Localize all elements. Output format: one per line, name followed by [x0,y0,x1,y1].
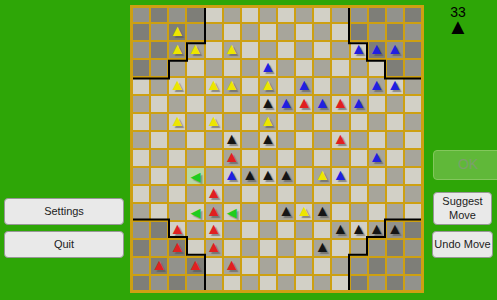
yellow-pawn: ▲ [206,113,222,129]
cell-8-3[interactable] [187,150,203,166]
cell-2-1[interactable] [151,42,167,58]
black-pawn: ▲ [314,203,330,219]
cell-2-6[interactable] [242,42,258,58]
cell-11-15[interactable] [405,204,421,220]
cell-4-13[interactable]: ▲ [369,78,385,94]
cell-9-0[interactable] [133,168,149,184]
cell-13-8[interactable] [278,240,294,256]
cell-9-6[interactable]: ▲ [242,168,258,184]
cell-12-1[interactable] [151,222,167,238]
cell-2-8[interactable] [278,42,294,58]
cell-8-12[interactable] [351,150,367,166]
cell-10-14[interactable] [387,186,403,202]
red-pawn: ▲ [296,95,312,111]
cell-9-12[interactable] [351,168,367,184]
cell-2-3[interactable]: ▲ [187,42,203,58]
move-arrow-icon: ◀ [227,206,237,219]
cell-12-13[interactable]: ▲ [369,222,385,238]
red-pawn: ▲ [151,257,167,273]
black-pawn: ▲ [224,131,240,147]
cell-5-3[interactable] [187,96,203,112]
cell-3-13[interactable] [369,60,385,76]
red-pawn: ▲ [333,131,349,147]
red-pawn: ▲ [206,221,222,237]
cell-5-15[interactable] [405,96,421,112]
blue-pawn: ▲ [296,77,312,93]
cell-2-14[interactable]: ▲ [387,42,403,58]
cell-7-5[interactable]: ▲ [224,132,240,148]
cell-1-10[interactable] [314,24,330,40]
cell-11-7[interactable] [260,204,276,220]
blue-pawn: ▲ [260,59,276,75]
cell-11-9[interactable]: ▲ [296,204,312,220]
cell-15-6[interactable] [242,276,258,290]
cell-7-4[interactable] [206,132,222,148]
cell-7-14[interactable] [387,132,403,148]
yellow-pawn: ▲ [206,77,222,93]
cell-2-10[interactable] [314,42,330,58]
cell-11-11[interactable] [332,204,348,220]
cell-4-15[interactable] [405,78,421,94]
cell-12-7[interactable] [260,222,276,238]
cell-15-9[interactable] [296,276,312,290]
cell-3-6[interactable] [242,60,258,76]
cell-11-13[interactable] [369,204,385,220]
cell-1-2[interactable]: ▲ [169,24,185,40]
cell-15-14[interactable] [387,276,403,290]
black-pawn: ▲ [278,203,294,219]
cell-15-4[interactable] [206,276,222,290]
cell-3-3[interactable] [187,60,203,76]
cell-11-8[interactable]: ▲ [278,204,294,220]
cell-12-15[interactable] [405,222,421,238]
cell-11-0[interactable] [133,204,149,220]
black-pawn: ▲ [333,221,349,237]
cell-3-15[interactable] [405,60,421,76]
cell-10-7[interactable] [260,186,276,202]
cell-9-10[interactable]: ▲ [314,168,330,184]
cell-2-5[interactable]: ▲ [224,42,240,58]
cell-15-11[interactable] [332,276,348,290]
cell-13-2[interactable]: ▲ [169,240,185,256]
cell-5-5[interactable] [224,96,240,112]
cell-10-11[interactable] [332,186,348,202]
cell-1-7[interactable] [260,24,276,40]
cell-0-9[interactable] [296,8,312,22]
cell-5-8[interactable]: ▲ [278,96,294,112]
cell-6-8[interactable] [278,114,294,130]
cell-3-1[interactable] [151,60,167,76]
cell-6-5[interactable] [224,114,240,130]
cell-2-2[interactable]: ▲ [169,42,185,58]
cell-3-2[interactable] [169,60,185,76]
cell-14-11[interactable] [332,258,348,274]
cell-8-2[interactable] [169,150,185,166]
cell-11-14[interactable] [387,204,403,220]
blue-pawn: ▲ [387,77,403,93]
cell-11-10[interactable]: ▲ [314,204,330,220]
red-pawn: ▲ [224,149,240,165]
cell-13-0[interactable] [133,240,149,256]
cell-0-8[interactable] [278,8,294,22]
cell-3-11[interactable] [332,60,348,76]
cell-5-13[interactable] [369,96,385,112]
yellow-pawn: ▲ [169,77,185,93]
cell-14-4[interactable] [206,258,222,274]
blue-pawn: ▲ [351,95,367,111]
cell-13-14[interactable] [387,240,403,256]
cell-15-1[interactable] [151,276,167,290]
cell-12-14[interactable]: ▲ [387,222,403,238]
quit-button[interactable]: Quit [4,231,124,258]
cell-6-6[interactable] [242,114,258,130]
cell-8-7[interactable] [260,150,276,166]
cell-3-8[interactable] [278,60,294,76]
cell-10-15[interactable] [405,186,421,202]
cell-4-0[interactable] [133,78,149,94]
cell-9-4[interactable] [206,168,222,184]
black-pawn: ▲ [351,221,367,237]
cell-10-3[interactable] [187,186,203,202]
cell-10-0[interactable] [133,186,149,202]
cell-4-8[interactable] [278,78,294,94]
cell-9-9[interactable] [296,168,312,184]
cell-10-6[interactable] [242,186,258,202]
yellow-pawn: ▲ [169,23,185,39]
cell-15-12[interactable] [351,276,367,290]
cell-0-4[interactable] [206,8,222,22]
cell-1-13[interactable] [369,24,385,40]
cell-8-8[interactable] [278,150,294,166]
cell-2-12[interactable]: ▲ [351,42,367,58]
cell-7-6[interactable] [242,132,258,148]
cell-9-3[interactable]: ◀ [187,168,203,184]
cell-11-4[interactable]: ▲ [206,204,222,220]
cell-12-3[interactable] [187,222,203,238]
cell-15-0[interactable] [133,276,149,290]
cell-8-11[interactable] [332,150,348,166]
cell-3-4[interactable] [206,60,222,76]
cell-9-1[interactable] [151,168,167,184]
red-pawn: ▲ [169,221,185,237]
cell-4-1[interactable] [151,78,167,94]
cell-0-0[interactable] [133,8,149,22]
black-pawn: ▲ [278,167,294,183]
cell-13-13[interactable] [369,240,385,256]
cell-12-6[interactable] [242,222,258,238]
suggest-move-button[interactable]: Suggest Move [433,192,492,225]
cell-5-12[interactable]: ▲ [351,96,367,112]
cell-7-3[interactable] [187,132,203,148]
cell-4-9[interactable]: ▲ [296,78,312,94]
cell-2-4[interactable] [206,42,222,58]
cell-12-10[interactable] [314,222,330,238]
cell-6-13[interactable] [369,114,385,130]
cell-15-2[interactable] [169,276,185,290]
cell-3-5[interactable] [224,60,240,76]
ok-button[interactable]: OK [433,150,497,180]
blue-pawn: ▲ [333,167,349,183]
cell-15-8[interactable] [278,276,294,290]
cell-14-10[interactable] [314,258,330,274]
yellow-pawn: ▲ [224,41,240,57]
cell-2-13[interactable]: ▲ [369,42,385,58]
cell-5-1[interactable] [151,96,167,112]
red-pawn: ▲ [224,257,240,273]
cell-3-10[interactable] [314,60,330,76]
cell-1-9[interactable] [296,24,312,40]
cell-4-3[interactable] [187,78,203,94]
cell-3-7[interactable]: ▲ [260,60,276,76]
board-grid: ▲▲▲▲▲▲▲▲▲▲▲▲▲▲▲▲▲▲▲▲▲▲▲▲▲▲▲▲▲◀▲▲▲▲▲▲▲◀▲◀… [130,5,424,293]
cell-9-11[interactable]: ▲ [332,168,348,184]
cell-11-12[interactable] [351,204,367,220]
cell-6-10[interactable] [314,114,330,130]
cell-1-1[interactable] [151,24,167,40]
cell-12-9[interactable] [296,222,312,238]
cell-12-4[interactable]: ▲ [206,222,222,238]
cell-8-15[interactable] [405,150,421,166]
cell-7-11[interactable]: ▲ [332,132,348,148]
cell-10-5[interactable] [224,186,240,202]
cell-11-5[interactable]: ◀ [224,204,240,220]
cell-10-2[interactable] [169,186,185,202]
cell-4-10[interactable] [314,78,330,94]
cell-15-15[interactable] [405,276,421,290]
cell-10-9[interactable] [296,186,312,202]
cell-4-12[interactable] [351,78,367,94]
cell-7-7[interactable]: ▲ [260,132,276,148]
cell-6-14[interactable] [387,114,403,130]
cell-9-13[interactable] [369,168,385,184]
cell-10-12[interactable] [351,186,367,202]
cell-11-2[interactable] [169,204,185,220]
cell-3-9[interactable] [296,60,312,76]
cell-15-10[interactable] [314,276,330,290]
cell-3-0[interactable] [133,60,149,76]
cell-8-1[interactable] [151,150,167,166]
cell-6-4[interactable]: ▲ [206,114,222,130]
cell-9-5[interactable]: ▲ [224,168,240,184]
blue-pawn: ▲ [369,77,385,93]
cell-1-0[interactable] [133,24,149,40]
cell-14-8[interactable] [278,258,294,274]
cell-14-15[interactable] [405,258,421,274]
cell-1-15[interactable] [405,24,421,40]
cell-12-11[interactable]: ▲ [332,222,348,238]
cell-5-4[interactable] [206,96,222,112]
yellow-pawn: ▲ [169,113,185,129]
cell-1-3[interactable] [187,24,203,40]
cell-12-5[interactable] [224,222,240,238]
cell-7-2[interactable] [169,132,185,148]
cell-15-3[interactable] [187,276,203,290]
cell-0-15[interactable] [405,8,421,22]
cell-2-11[interactable] [332,42,348,58]
cell-0-2[interactable] [169,8,185,22]
cell-2-7[interactable] [260,42,276,58]
cell-14-13[interactable] [369,258,385,274]
cell-10-10[interactable] [314,186,330,202]
black-pawn: ▲ [260,167,276,183]
cell-4-6[interactable] [242,78,258,94]
cell-9-14[interactable] [387,168,403,184]
cell-10-8[interactable] [278,186,294,202]
cell-15-13[interactable] [369,276,385,290]
cell-2-0[interactable] [133,42,149,58]
cell-13-5[interactable] [224,240,240,256]
cell-15-5[interactable] [224,276,240,290]
cell-8-4[interactable] [206,150,222,166]
cell-4-5[interactable]: ▲ [224,78,240,94]
yellow-pawn: ▲ [314,167,330,183]
cell-14-0[interactable] [133,258,149,274]
move-arrow-icon: ◀ [190,206,200,219]
cell-7-10[interactable] [314,132,330,148]
cell-10-1[interactable] [151,186,167,202]
settings-button[interactable]: Settings [4,198,124,225]
cell-10-13[interactable] [369,186,385,202]
cell-1-4[interactable] [206,24,222,40]
move-arrow-icon: ◀ [190,170,200,183]
cell-0-7[interactable] [260,8,276,22]
cell-3-12[interactable] [351,60,367,76]
cell-7-8[interactable] [278,132,294,148]
cell-13-4[interactable]: ▲ [206,240,222,256]
cell-4-7[interactable]: ▲ [260,78,276,94]
current-player-icon: ▲ [438,16,478,38]
cell-8-5[interactable]: ▲ [224,150,240,166]
cell-2-9[interactable] [296,42,312,58]
cell-13-12[interactable] [351,240,367,256]
cell-12-2[interactable]: ▲ [169,222,185,238]
cell-4-11[interactable] [332,78,348,94]
cell-0-14[interactable] [387,8,403,22]
cell-7-1[interactable] [151,132,167,148]
cell-8-13[interactable]: ▲ [369,150,385,166]
cell-5-10[interactable]: ▲ [314,96,330,112]
cell-6-0[interactable] [133,114,149,130]
cell-4-14[interactable]: ▲ [387,78,403,94]
cell-5-7[interactable]: ▲ [260,96,276,112]
cell-4-4[interactable]: ▲ [206,78,222,94]
red-pawn: ▲ [188,257,204,273]
cell-15-7[interactable] [260,276,276,290]
cell-8-14[interactable] [387,150,403,166]
cell-9-7[interactable]: ▲ [260,168,276,184]
cell-13-15[interactable] [405,240,421,256]
cell-8-10[interactable] [314,150,330,166]
cell-14-3[interactable]: ▲ [187,258,203,274]
cell-1-8[interactable] [278,24,294,40]
cell-1-12[interactable] [351,24,367,40]
cell-0-3[interactable] [187,8,203,22]
cell-7-9[interactable] [296,132,312,148]
cell-8-9[interactable] [296,150,312,166]
cell-5-2[interactable] [169,96,185,112]
cell-4-2[interactable]: ▲ [169,78,185,94]
cell-6-15[interactable] [405,114,421,130]
cell-13-9[interactable] [296,240,312,256]
cell-6-1[interactable] [151,114,167,130]
cell-5-0[interactable] [133,96,149,112]
cell-13-11[interactable] [332,240,348,256]
cell-6-3[interactable] [187,114,203,130]
cell-14-5[interactable]: ▲ [224,258,240,274]
cell-9-8[interactable]: ▲ [278,168,294,184]
cell-14-6[interactable] [242,258,258,274]
yellow-pawn: ▲ [260,77,276,93]
cell-0-1[interactable] [151,8,167,22]
cell-14-7[interactable] [260,258,276,274]
cell-8-0[interactable] [133,150,149,166]
cell-7-12[interactable] [351,132,367,148]
cell-0-6[interactable] [242,8,258,22]
cell-9-15[interactable] [405,168,421,184]
cell-14-1[interactable]: ▲ [151,258,167,274]
cell-11-3[interactable]: ◀ [187,204,203,220]
cell-12-12[interactable]: ▲ [351,222,367,238]
cell-1-11[interactable] [332,24,348,40]
cell-0-13[interactable] [369,8,385,22]
cell-8-6[interactable] [242,150,258,166]
cell-1-6[interactable] [242,24,258,40]
cell-7-13[interactable] [369,132,385,148]
undo-move-button[interactable]: Undo Move [432,231,493,258]
cell-14-14[interactable] [387,258,403,274]
cell-9-2[interactable] [169,168,185,184]
black-pawn: ▲ [369,221,385,237]
cell-5-11[interactable]: ▲ [332,96,348,112]
cell-0-12[interactable] [351,8,367,22]
cell-6-11[interactable] [332,114,348,130]
cell-12-0[interactable] [133,222,149,238]
cell-3-14[interactable] [387,60,403,76]
cell-12-8[interactable] [278,222,294,238]
cell-13-3[interactable] [187,240,203,256]
cell-7-15[interactable] [405,132,421,148]
blue-pawn: ▲ [387,41,403,57]
cell-14-12[interactable] [351,258,367,274]
cell-11-6[interactable] [242,204,258,220]
cell-13-10[interactable]: ▲ [314,240,330,256]
black-pawn: ▲ [242,167,258,183]
cell-13-6[interactable] [242,240,258,256]
blue-pawn: ▲ [351,41,367,57]
cell-0-11[interactable] [332,8,348,22]
cell-14-2[interactable] [169,258,185,274]
cell-5-6[interactable] [242,96,258,112]
cell-1-14[interactable] [387,24,403,40]
cell-5-14[interactable] [387,96,403,112]
cell-0-10[interactable] [314,8,330,22]
cell-5-9[interactable]: ▲ [296,96,312,112]
cell-0-5[interactable] [224,8,240,22]
cell-7-0[interactable] [133,132,149,148]
cell-6-12[interactable] [351,114,367,130]
cell-6-7[interactable]: ▲ [260,114,276,130]
cell-6-9[interactable] [296,114,312,130]
cell-1-5[interactable] [224,24,240,40]
cell-13-7[interactable] [260,240,276,256]
cell-6-2[interactable]: ▲ [169,114,185,130]
cell-14-9[interactable] [296,258,312,274]
cell-13-1[interactable] [151,240,167,256]
red-pawn: ▲ [206,203,222,219]
cell-2-15[interactable] [405,42,421,58]
cell-11-1[interactable] [151,204,167,220]
cell-10-4[interactable]: ▲ [206,186,222,202]
